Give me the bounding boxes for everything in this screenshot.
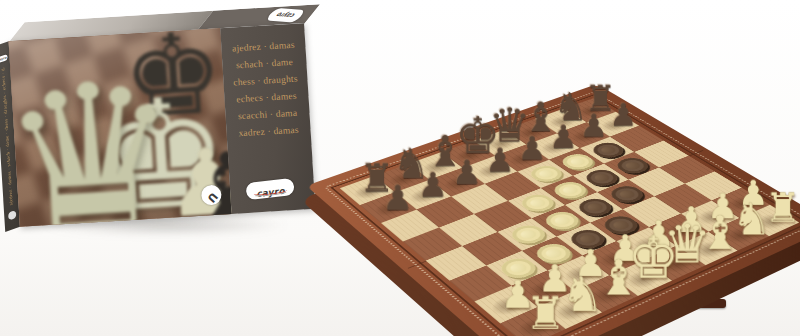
photo-cream-queen-icon: ♛ xyxy=(9,53,188,227)
piece-brown-pawn-g7[interactable]: ♟ xyxy=(579,110,607,142)
magnet-badge: U xyxy=(201,185,222,206)
photo-dark-bishop-icon: ♝ xyxy=(183,137,231,226)
chess-board: ♜♞♝♚♛♝♞♜♟♟♟♟♟♟♟♟♟♟♟♟♟♟♟♟♜♞♝♚♛♝♞♜ xyxy=(306,84,800,336)
cayro-logo-top: cayro xyxy=(265,8,307,23)
piece-brown-pawn-h7[interactable]: ♟ xyxy=(609,99,637,130)
checker-cream-e6[interactable] xyxy=(525,163,567,184)
box-front-face: ♚ ♚ ♟ ♝ ♛ U ajedrez · damas schach · dam… xyxy=(9,23,316,227)
round-badge-icon xyxy=(8,210,16,221)
piece-cream-rook-a1[interactable]: ♜ xyxy=(525,291,565,336)
cayro-logo: cayro xyxy=(245,178,295,200)
cayro-logo-side: cayro xyxy=(0,54,8,64)
board-area: ♜♞♝♚♛♝♞♜♟♟♟♟♟♟♟♟♟♟♟♟♟♟♟♟♜♞♝♚♛♝♞♜ xyxy=(370,10,760,336)
piece-brown-pawn-b7[interactable]: ♟ xyxy=(417,168,447,202)
piece-brown-pawn-c7[interactable]: ♟ xyxy=(452,156,482,189)
product-box: cayro cayro ajedrez · damas · schach · d… xyxy=(9,23,316,227)
piece-brown-pawn-f7[interactable]: ♟ xyxy=(549,121,578,153)
piece-cream-knight-b1[interactable]: ♞ xyxy=(561,271,604,318)
product-photo-scene: cayro cayro ajedrez · damas · schach · d… xyxy=(0,0,800,336)
piece-brown-pawn-a7[interactable]: ♟ xyxy=(382,181,413,215)
box-language-line: xadrez · damas xyxy=(238,122,299,143)
board-squares: ♜♞♝♚♛♝♞♜♟♟♟♟♟♟♟♟♟♟♟♟♟♟♟♟♜♞♝♚♛♝♞♜ xyxy=(340,98,800,336)
piece-brown-pawn-e7[interactable]: ♟ xyxy=(517,132,546,164)
checker-brown-f4[interactable] xyxy=(605,183,648,205)
box-cover-photo: ♚ ♚ ♟ ♝ ♛ U xyxy=(9,28,232,227)
box-title-panel: ajedrez · damas schach · dame chess · dr… xyxy=(220,23,315,214)
piece-brown-pawn-d7[interactable]: ♟ xyxy=(485,144,514,177)
square-h5[interactable] xyxy=(634,140,688,167)
